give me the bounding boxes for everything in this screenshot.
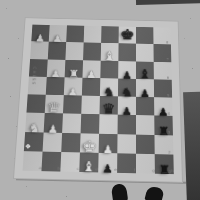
rank-label-8: 8	[166, 34, 169, 51]
square-b5[interactable]	[46, 77, 65, 95]
square-c4[interactable]	[63, 95, 82, 114]
white-king[interactable]: ♚	[82, 139, 97, 155]
board-ornament-icon: ❖	[23, 143, 33, 151]
rank-label-7: 7	[166, 51, 169, 68]
square-c8[interactable]	[66, 25, 84, 42]
black-pawn[interactable]: ♟	[122, 70, 132, 80]
square-c3[interactable]	[62, 114, 81, 133]
square-g7[interactable]	[136, 44, 154, 62]
file-label-e: e	[106, 167, 125, 172]
square-a7[interactable]	[30, 41, 49, 59]
square-e7[interactable]: ♝	[101, 43, 119, 61]
square-g3[interactable]	[136, 115, 154, 134]
square-a4[interactable]	[26, 94, 45, 113]
rank-label-5: 5	[167, 86, 170, 104]
square-f8[interactable]: ♚	[119, 27, 136, 44]
captured-black-piece	[111, 183, 128, 200]
square-c5[interactable]: ♟	[64, 77, 83, 95]
file-label-f: f	[125, 167, 144, 172]
file-label-d: d	[87, 167, 106, 172]
black-queen[interactable]: ♛	[102, 102, 116, 116]
square-b4[interactable]: ♛	[45, 95, 64, 114]
board-brand-text: CHESS	[28, 67, 37, 86]
square-e5[interactable]: ♞	[100, 78, 118, 96]
square-g4[interactable]	[136, 97, 154, 116]
square-f3[interactable]	[118, 115, 136, 134]
square-a3[interactable]: ♞	[25, 113, 45, 132]
square-d5[interactable]	[82, 78, 100, 96]
square-d4[interactable]	[81, 96, 100, 115]
chess-board[interactable]: ♟♟♚♝♟♜♟♟♝♟♞♞♟♛♛♟♟♞♟♜♚♟♝♟♜ abcdefgh 87654…	[14, 18, 182, 182]
square-d6[interactable]: ♟	[82, 60, 100, 78]
square-g6[interactable]: ♝	[136, 61, 154, 79]
white-pawn[interactable]: ♟	[86, 69, 96, 79]
square-b7[interactable]	[48, 42, 66, 60]
square-f2[interactable]	[117, 134, 136, 154]
table-edge-top	[136, 0, 200, 5]
captured-black-piece	[144, 185, 164, 200]
white-bishop[interactable]: ♝	[103, 50, 116, 63]
black-knight[interactable]: ♞	[121, 86, 133, 98]
square-g8[interactable]	[136, 27, 153, 44]
rank-label-3: 3	[168, 123, 171, 142]
square-c6[interactable]: ♜	[65, 59, 83, 77]
rank-label-2: 2	[168, 142, 171, 162]
white-rook[interactable]: ♜	[68, 68, 79, 79]
black-king[interactable]: ♚	[120, 28, 135, 43]
square-b8[interactable]: ♟	[49, 25, 67, 42]
white-pawn[interactable]: ♟	[52, 34, 62, 44]
square-e6[interactable]	[100, 60, 118, 78]
white-pawn[interactable]: ♟	[48, 123, 59, 134]
square-f7[interactable]	[118, 43, 136, 61]
white-queen[interactable]: ♛	[47, 101, 61, 115]
square-e8[interactable]	[101, 26, 119, 43]
square-d7[interactable]	[83, 43, 101, 61]
square-a8[interactable]: ♟	[31, 25, 49, 42]
square-b6[interactable]: ♟	[47, 59, 66, 77]
square-f6[interactable]: ♟	[118, 61, 136, 79]
photo-frame: ♟♟♚♝♟♜♟♟♝♟♞♞♟♛♛♟♟♞♟♜♚♟♝♟♜ abcdefgh 87654…	[0, 0, 200, 200]
square-f5[interactable]: ♞	[118, 78, 136, 96]
file-label-a: a	[31, 165, 50, 170]
square-c2[interactable]	[61, 132, 80, 152]
square-e2[interactable]: ♟	[99, 133, 118, 153]
square-g5[interactable]: ♟	[136, 79, 154, 97]
white-pawn[interactable]: ♟	[68, 87, 79, 97]
square-g2[interactable]	[136, 134, 155, 154]
rank-label-4: 4	[167, 104, 170, 123]
black-bishop[interactable]: ♝	[139, 68, 152, 81]
black-pawn[interactable]: ♟	[140, 88, 150, 98]
square-d2[interactable]: ♚	[80, 133, 99, 153]
black-knight[interactable]: ♞	[103, 86, 115, 98]
square-d3[interactable]	[81, 114, 100, 133]
file-label-c: c	[68, 166, 87, 171]
file-label-b: b	[49, 166, 68, 171]
rank-label-1: 1	[168, 162, 171, 182]
square-d8[interactable]	[84, 26, 102, 43]
white-pawn[interactable]: ♟	[103, 144, 114, 155]
rank-label-6: 6	[167, 68, 170, 86]
black-pawn[interactable]: ♟	[122, 106, 132, 117]
white-knight[interactable]: ♞	[28, 121, 41, 134]
file-label-g: g	[144, 168, 163, 173]
square-b2[interactable]	[43, 132, 63, 152]
chess-board-grid[interactable]: ♟♟♚♝♟♜♟♟♝♟♞♞♟♛♛♟♟♞♟♜♚♟♝♟♜	[23, 25, 174, 175]
white-pawn[interactable]: ♟	[35, 34, 45, 44]
square-c7[interactable]	[65, 42, 83, 60]
white-pawn[interactable]: ♟	[51, 68, 62, 78]
table-speckles	[6, 8, 7, 9]
